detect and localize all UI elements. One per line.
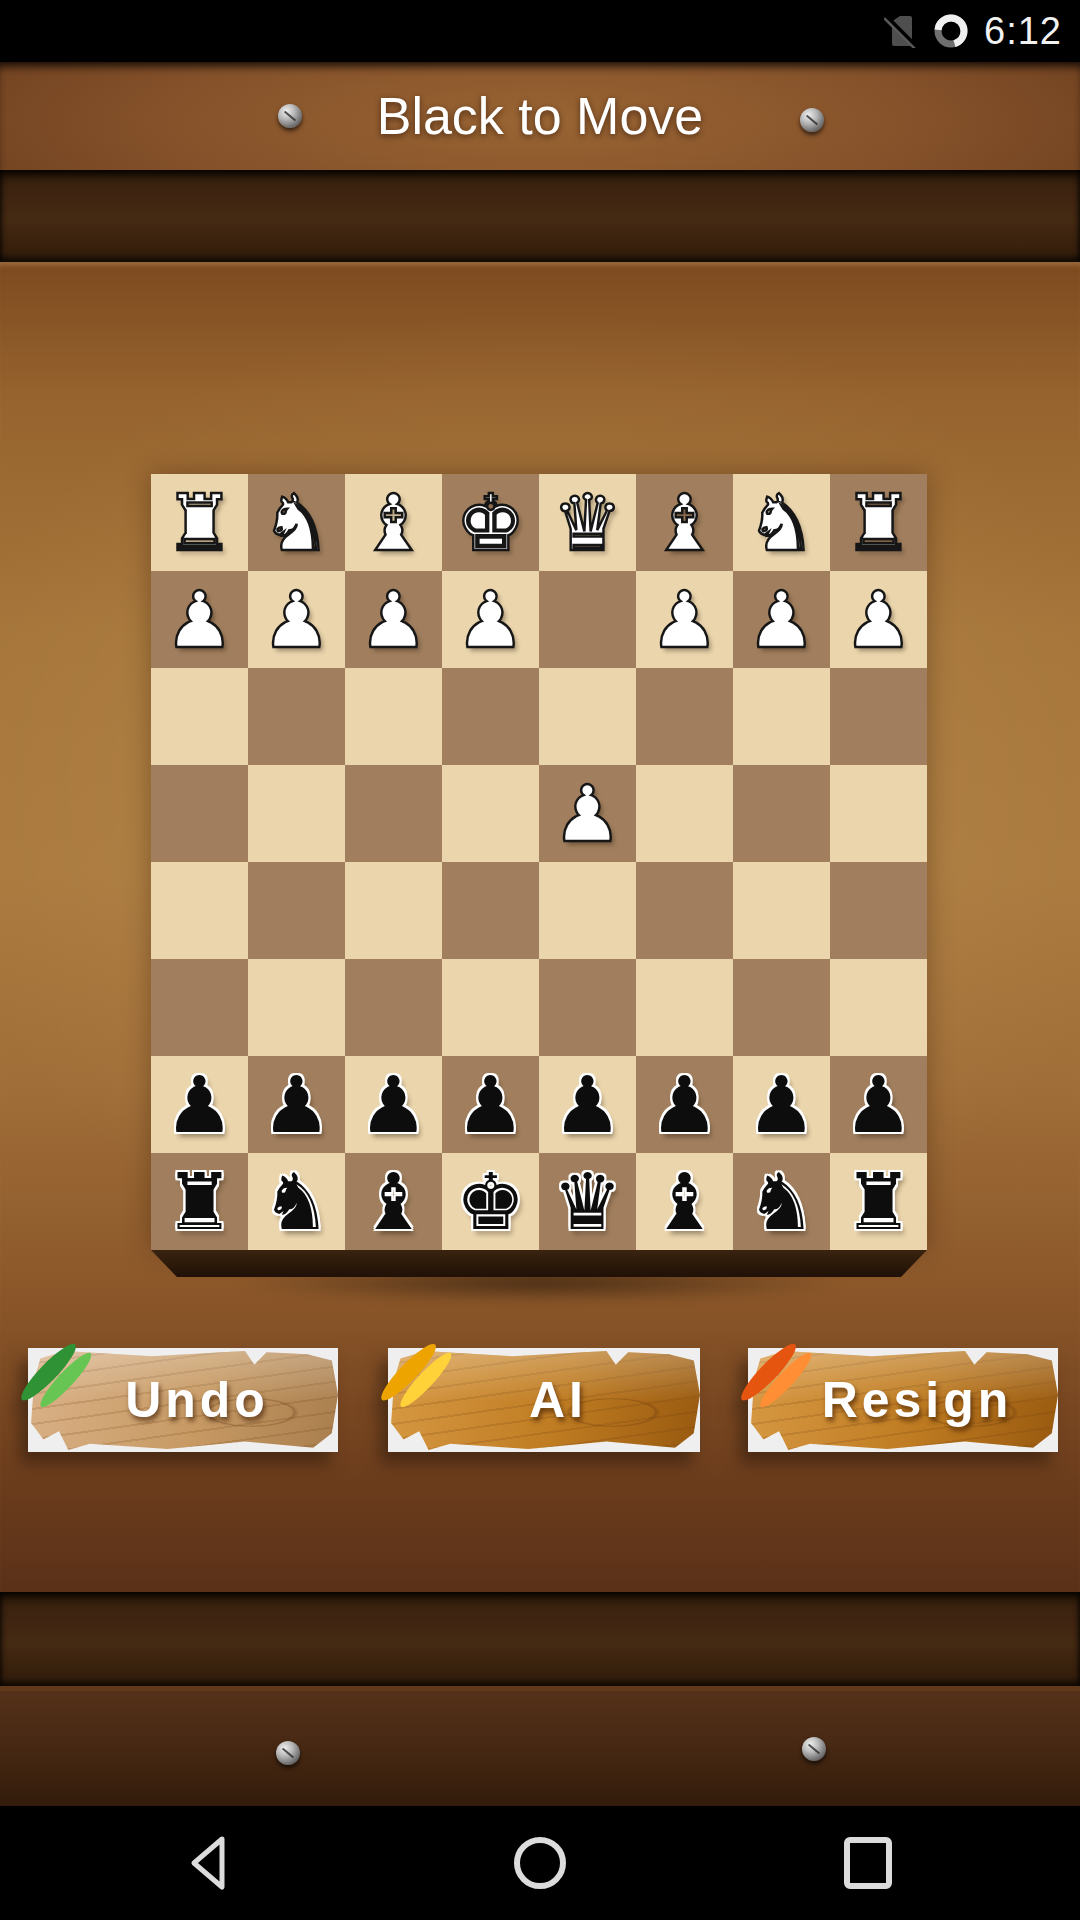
square-b2[interactable]: ♟ <box>733 571 830 668</box>
square-d6[interactable] <box>539 959 636 1056</box>
square-e5[interactable] <box>442 862 539 959</box>
square-c3[interactable] <box>636 668 733 765</box>
square-g2[interactable]: ♟ <box>248 571 345 668</box>
square-h6[interactable] <box>151 959 248 1056</box>
square-e6[interactable] <box>442 959 539 1056</box>
status-time: 6:12 <box>984 10 1062 53</box>
piece-black-queen[interactable]: ♛ <box>553 1163 623 1241</box>
square-h3[interactable] <box>151 668 248 765</box>
square-g3[interactable] <box>248 668 345 765</box>
square-b7[interactable]: ♟ <box>733 1056 830 1153</box>
wood-plank-divider-top <box>0 170 1080 262</box>
square-h7[interactable]: ♟ <box>151 1056 248 1153</box>
android-nav-bar <box>0 1806 1080 1920</box>
wood-plank-divider-bottom <box>0 1592 1080 1686</box>
square-e3[interactable] <box>442 668 539 765</box>
square-e1[interactable]: ♚ <box>442 474 539 571</box>
square-d4[interactable]: ♟ <box>539 765 636 862</box>
data-circle-icon <box>932 12 970 50</box>
square-e4[interactable] <box>442 765 539 862</box>
square-c5[interactable] <box>636 862 733 959</box>
piece-black-king[interactable]: ♚ <box>456 1163 526 1241</box>
status-bar: 6:12 <box>0 0 1080 62</box>
footer-plank <box>0 1686 1080 1806</box>
square-c1[interactable]: ♝ <box>636 474 733 571</box>
square-a7[interactable]: ♟ <box>830 1056 927 1153</box>
square-b1[interactable]: ♞ <box>733 474 830 571</box>
undo-button[interactable]: Undo <box>28 1348 338 1452</box>
square-f2[interactable]: ♟ <box>345 571 442 668</box>
recents-icon[interactable] <box>836 1831 900 1895</box>
piece-white-bishop[interactable]: ♝ <box>650 484 720 562</box>
square-e7[interactable]: ♟ <box>442 1056 539 1153</box>
button-row: Undo AI Resign <box>0 1348 1080 1464</box>
piece-white-pawn[interactable]: ♟ <box>747 581 817 659</box>
square-c2[interactable]: ♟ <box>636 571 733 668</box>
square-a5[interactable] <box>830 862 927 959</box>
square-d2[interactable] <box>539 571 636 668</box>
square-f3[interactable] <box>345 668 442 765</box>
piece-black-pawn[interactable]: ♟ <box>844 1066 914 1144</box>
square-g7[interactable]: ♟ <box>248 1056 345 1153</box>
square-f1[interactable]: ♝ <box>345 474 442 571</box>
square-a3[interactable] <box>830 668 927 765</box>
no-sim-icon <box>884 14 918 48</box>
piece-white-knight[interactable]: ♞ <box>747 484 817 562</box>
square-f5[interactable] <box>345 862 442 959</box>
piece-white-knight[interactable]: ♞ <box>262 484 332 562</box>
square-g5[interactable] <box>248 862 345 959</box>
piece-black-bishop[interactable]: ♝ <box>359 1163 429 1241</box>
square-h4[interactable] <box>151 765 248 862</box>
piece-white-bishop[interactable]: ♝ <box>359 484 429 562</box>
piece-white-queen[interactable]: ♛ <box>553 484 623 562</box>
piece-black-rook[interactable]: ♜ <box>844 1163 914 1241</box>
square-d1[interactable]: ♛ <box>539 474 636 571</box>
square-a4[interactable] <box>830 765 927 862</box>
resign-button-label: Resign <box>748 1348 1058 1452</box>
screw-icon <box>276 1741 300 1765</box>
square-b3[interactable] <box>733 668 830 765</box>
ai-button[interactable]: AI <box>388 1348 700 1452</box>
square-f6[interactable] <box>345 959 442 1056</box>
square-d3[interactable] <box>539 668 636 765</box>
board-3d-edge <box>151 1250 927 1277</box>
piece-black-pawn[interactable]: ♟ <box>456 1066 526 1144</box>
screw-icon <box>800 108 824 132</box>
piece-white-pawn[interactable]: ♟ <box>359 581 429 659</box>
piece-white-pawn[interactable]: ♟ <box>262 581 332 659</box>
square-f4[interactable] <box>345 765 442 862</box>
square-a8[interactable]: ♜ <box>830 1153 927 1250</box>
piece-black-pawn[interactable]: ♟ <box>650 1066 720 1144</box>
piece-black-pawn[interactable]: ♟ <box>165 1066 235 1144</box>
undo-button-label: Undo <box>28 1348 338 1452</box>
page-title: Black to Move <box>0 72 1080 160</box>
square-b6[interactable] <box>733 959 830 1056</box>
square-a6[interactable] <box>830 959 927 1056</box>
screw-icon <box>802 1737 826 1761</box>
square-f7[interactable]: ♟ <box>345 1056 442 1153</box>
square-f8[interactable]: ♝ <box>345 1153 442 1250</box>
piece-black-knight[interactable]: ♞ <box>262 1163 332 1241</box>
piece-black-pawn[interactable]: ♟ <box>262 1066 332 1144</box>
resign-button[interactable]: Resign <box>748 1348 1058 1452</box>
piece-white-pawn[interactable]: ♟ <box>844 581 914 659</box>
square-h5[interactable] <box>151 862 248 959</box>
piece-white-pawn[interactable]: ♟ <box>553 775 623 853</box>
phone-screen: 6:12 Black to Move ♜♞♝♚♛♝♞♜♟♟♟♟♟♟♟♟♟♟♟♟♟… <box>0 0 1080 1920</box>
square-e8[interactable]: ♚ <box>442 1153 539 1250</box>
piece-white-rook[interactable]: ♜ <box>165 484 235 562</box>
square-c7[interactable]: ♟ <box>636 1056 733 1153</box>
piece-white-king[interactable]: ♚ <box>456 484 526 562</box>
square-g1[interactable]: ♞ <box>248 474 345 571</box>
piece-black-rook[interactable]: ♜ <box>165 1163 235 1241</box>
square-d7[interactable]: ♟ <box>539 1056 636 1153</box>
square-c8[interactable]: ♝ <box>636 1153 733 1250</box>
square-a2[interactable]: ♟ <box>830 571 927 668</box>
square-b8[interactable]: ♞ <box>733 1153 830 1250</box>
square-h1[interactable]: ♜ <box>151 474 248 571</box>
piece-white-rook[interactable]: ♜ <box>844 484 914 562</box>
piece-black-pawn[interactable]: ♟ <box>747 1066 817 1144</box>
piece-white-pawn[interactable]: ♟ <box>165 581 235 659</box>
square-h2[interactable]: ♟ <box>151 571 248 668</box>
title-bar: Black to Move <box>0 62 1080 170</box>
home-icon[interactable] <box>508 1831 572 1895</box>
piece-black-pawn[interactable]: ♟ <box>553 1066 623 1144</box>
square-h8[interactable]: ♜ <box>151 1153 248 1250</box>
square-c4[interactable] <box>636 765 733 862</box>
piece-black-pawn[interactable]: ♟ <box>359 1066 429 1144</box>
square-e2[interactable]: ♟ <box>442 571 539 668</box>
ai-button-label: AI <box>388 1348 700 1452</box>
piece-black-knight[interactable]: ♞ <box>747 1163 817 1241</box>
square-g8[interactable]: ♞ <box>248 1153 345 1250</box>
square-a1[interactable]: ♜ <box>830 474 927 571</box>
square-d5[interactable] <box>539 862 636 959</box>
square-g4[interactable] <box>248 765 345 862</box>
square-b4[interactable] <box>733 765 830 862</box>
chess-board[interactable]: ♜♞♝♚♛♝♞♜♟♟♟♟♟♟♟♟♟♟♟♟♟♟♟♟♜♞♝♚♛♝♞♜ <box>151 474 927 1250</box>
piece-white-pawn[interactable]: ♟ <box>650 581 720 659</box>
square-g6[interactable] <box>248 959 345 1056</box>
piece-white-pawn[interactable]: ♟ <box>456 581 526 659</box>
piece-black-bishop[interactable]: ♝ <box>650 1163 720 1241</box>
square-d8[interactable]: ♛ <box>539 1153 636 1250</box>
square-b5[interactable] <box>733 862 830 959</box>
back-icon[interactable] <box>180 1831 244 1895</box>
square-c6[interactable] <box>636 959 733 1056</box>
